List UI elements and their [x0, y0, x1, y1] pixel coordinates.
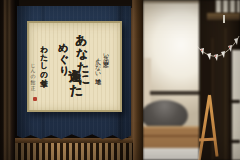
glass-door-frame-bar: [230, 140, 240, 143]
garland-tassel: [223, 15, 225, 23]
glass-door: [230, 50, 240, 160]
opening-top-beam: [143, 0, 199, 3]
calligraphy-paper: あなたに めぐり 逢えた 永い歴史の 広くない地球で わたしの幸せ じんの館 正: [27, 21, 122, 112]
calligraphy-note-line-2: 広くない地球で: [95, 54, 101, 81]
bath-floor: [143, 148, 199, 160]
transom-window: [214, 0, 240, 13]
calligraphy-note-line-1: 永い歴史の: [103, 49, 109, 63]
wood-platform: [143, 126, 199, 150]
lattice-shading: [15, 143, 133, 160]
doorway-opening: [143, 0, 199, 160]
left-wood-post: [0, 0, 15, 160]
artist-seal: [33, 97, 37, 101]
hand-rail: [150, 91, 199, 95]
photo-japanese-inn-entrance: あなたに めぐり 逢えた 永い歴史の 広くない地球で わたしの幸せ じんの館 正: [0, 0, 240, 160]
platform-step-line: [143, 135, 199, 137]
glass-door-frame-bar: [230, 100, 240, 103]
calligraphy-main-line-3: 逢えた: [66, 58, 82, 89]
artist-signature: じんの館 正: [30, 59, 35, 82]
calligraphy-left-line: わたしの幸せ: [40, 40, 48, 83]
pennant-string: [192, 36, 239, 56]
